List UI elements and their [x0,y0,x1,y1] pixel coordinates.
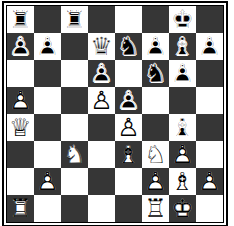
square-e2[interactable] [115,168,142,195]
queen-glyph-line: ♕ [88,33,115,60]
square-d3[interactable] [88,141,115,168]
square-g5[interactable] [169,87,196,114]
square-e3[interactable]: ♝♗ [115,141,142,168]
square-f1[interactable]: ♜♖ [142,195,169,222]
piece-black-bishop[interactable]: ♝♗ [169,33,196,60]
square-d8[interactable] [88,6,115,33]
square-d5[interactable]: ♟♙ [88,87,115,114]
square-h5[interactable] [196,87,223,114]
bishop-glyph-line: ♗ [169,168,196,195]
pawn-glyph-line: ♙ [142,33,169,60]
square-h1[interactable] [196,195,223,222]
pawn-glyph-line: ♙ [196,33,223,60]
piece-white-rook[interactable]: ♜♖ [142,195,169,222]
square-d2[interactable] [88,168,115,195]
pawn-glyph-line: ♙ [34,33,61,60]
piece-black-pawn[interactable]: ♟♙ [196,33,223,60]
square-e5[interactable]: ♟♙ [115,87,142,114]
bishop-glyph-line: ♗ [169,33,196,60]
piece-white-pawn[interactable]: ♟♙ [142,168,169,195]
piece-black-knight[interactable]: ♞♘ [142,60,169,87]
square-g6[interactable]: ♟♙ [169,60,196,87]
piece-black-rook[interactable]: ♜♖ [61,6,88,33]
pawn-glyph-line: ♙ [142,168,169,195]
piece-white-bishop[interactable]: ♝♗ [169,168,196,195]
square-c2[interactable] [61,168,88,195]
pawn-glyph-line: ♙ [169,60,196,87]
chess-board: ♜♖♜♖♚♔♟♙♟♙♛♕♞♘♟♙♝♗♟♙♟♙♞♘♟♙♟♙♟♙♟♙♛♕♟♙♝♗♞♘… [7,6,223,222]
square-a4[interactable]: ♛♕ [7,114,34,141]
square-b7[interactable]: ♟♙ [34,33,61,60]
knight-glyph-line: ♘ [61,141,88,168]
piece-black-pawn[interactable]: ♟♙ [88,60,115,87]
square-g4[interactable]: ♝♗ [169,114,196,141]
square-e4[interactable]: ♟♙ [115,114,142,141]
square-e8[interactable] [115,6,142,33]
square-f7[interactable]: ♟♙ [142,33,169,60]
pawn-glyph-line: ♙ [88,60,115,87]
piece-black-rook[interactable]: ♜♖ [7,6,34,33]
pawn-glyph-line: ♙ [88,87,115,114]
square-c3[interactable]: ♞♘ [61,141,88,168]
piece-white-pawn[interactable]: ♟♙ [34,168,61,195]
square-e7[interactable]: ♞♘ [115,33,142,60]
pawn-glyph-line: ♙ [196,168,223,195]
piece-white-pawn[interactable]: ♟♙ [88,87,115,114]
square-a1[interactable]: ♜♖ [7,195,34,222]
square-h2[interactable]: ♟♙ [196,168,223,195]
pawn-glyph-line: ♙ [7,33,34,60]
square-f4[interactable] [142,114,169,141]
square-b3[interactable] [34,141,61,168]
pawn-glyph-line: ♙ [115,87,142,114]
square-c6[interactable] [61,60,88,87]
square-f5[interactable] [142,87,169,114]
square-h6[interactable] [196,60,223,87]
square-d1[interactable] [88,195,115,222]
square-h8[interactable] [196,6,223,33]
square-a2[interactable] [7,168,34,195]
piece-white-pawn[interactable]: ♟♙ [196,168,223,195]
piece-black-pawn[interactable]: ♟♙ [169,60,196,87]
square-d4[interactable] [88,114,115,141]
square-e6[interactable] [115,60,142,87]
piece-black-bishop[interactable]: ♝♗ [169,114,196,141]
knight-glyph-line: ♘ [142,141,169,168]
square-a5[interactable]: ♟♙ [7,87,34,114]
king-glyph-line: ♔ [169,195,196,222]
piece-white-pawn[interactable]: ♟♙ [7,87,34,114]
chess-diagram-frame: ♜♖♜♖♚♔♟♙♟♙♛♕♞♘♟♙♝♗♟♙♟♙♞♘♟♙♟♙♟♙♟♙♛♕♟♙♝♗♞♘… [2,1,228,226]
square-c1[interactable] [61,195,88,222]
square-c8[interactable]: ♜♖ [61,6,88,33]
square-d6[interactable]: ♟♙ [88,60,115,87]
piece-black-pawn[interactable]: ♟♙ [115,87,142,114]
piece-black-king[interactable]: ♚♔ [169,6,196,33]
square-a3[interactable] [7,141,34,168]
pawn-glyph-line: ♙ [115,114,142,141]
square-g3[interactable]: ♟♙ [169,141,196,168]
piece-white-knight[interactable]: ♞♘ [61,141,88,168]
rook-glyph-line: ♖ [61,6,88,33]
square-e1[interactable] [115,195,142,222]
piece-black-knight[interactable]: ♞♘ [115,33,142,60]
square-b2[interactable]: ♟♙ [34,168,61,195]
square-g7[interactable]: ♝♗ [169,33,196,60]
knight-glyph-line: ♘ [115,33,142,60]
piece-white-king[interactable]: ♚♔ [169,195,196,222]
square-f2[interactable]: ♟♙ [142,168,169,195]
piece-black-queen[interactable]: ♛♕ [88,33,115,60]
rook-glyph-line: ♖ [7,195,34,222]
piece-white-rook[interactable]: ♜♖ [7,195,34,222]
square-h7[interactable]: ♟♙ [196,33,223,60]
square-c4[interactable] [61,114,88,141]
square-a6[interactable] [7,60,34,87]
king-glyph-line: ♔ [169,6,196,33]
square-a8[interactable]: ♜♖ [7,6,34,33]
piece-white-queen[interactable]: ♛♕ [7,114,34,141]
bishop-glyph-line: ♗ [115,141,142,168]
bishop-glyph-line: ♗ [169,114,196,141]
piece-black-pawn[interactable]: ♟♙ [142,33,169,60]
piece-black-pawn[interactable]: ♟♙ [7,33,34,60]
queen-glyph-line: ♕ [7,114,34,141]
square-g8[interactable]: ♚♔ [169,6,196,33]
pawn-glyph-line: ♙ [7,87,34,114]
square-c5[interactable] [61,87,88,114]
piece-white-pawn[interactable]: ♟♙ [115,114,142,141]
pawn-glyph-line: ♙ [169,141,196,168]
square-f8[interactable] [142,6,169,33]
square-b8[interactable] [34,6,61,33]
square-b6[interactable] [34,60,61,87]
board-inner-border: ♜♖♜♖♚♔♟♙♟♙♛♕♞♘♟♙♝♗♟♙♟♙♞♘♟♙♟♙♟♙♟♙♛♕♟♙♝♗♞♘… [6,5,224,223]
rook-glyph-line: ♖ [142,195,169,222]
square-d7[interactable]: ♛♕ [88,33,115,60]
knight-glyph-line: ♘ [142,60,169,87]
piece-white-bishop[interactable]: ♝♗ [115,141,142,168]
rook-glyph-line: ♖ [7,6,34,33]
piece-black-pawn[interactable]: ♟♙ [34,33,61,60]
square-f6[interactable]: ♞♘ [142,60,169,87]
square-h3[interactable] [196,141,223,168]
square-g1[interactable]: ♚♔ [169,195,196,222]
square-h4[interactable] [196,114,223,141]
piece-white-knight[interactable]: ♞♘ [142,141,169,168]
square-b4[interactable] [34,114,61,141]
square-f3[interactable]: ♞♘ [142,141,169,168]
pawn-glyph-line: ♙ [34,168,61,195]
square-b1[interactable] [34,195,61,222]
square-a7[interactable]: ♟♙ [7,33,34,60]
square-c7[interactable] [61,33,88,60]
piece-white-pawn[interactable]: ♟♙ [169,141,196,168]
square-g2[interactable]: ♝♗ [169,168,196,195]
square-b5[interactable] [34,87,61,114]
